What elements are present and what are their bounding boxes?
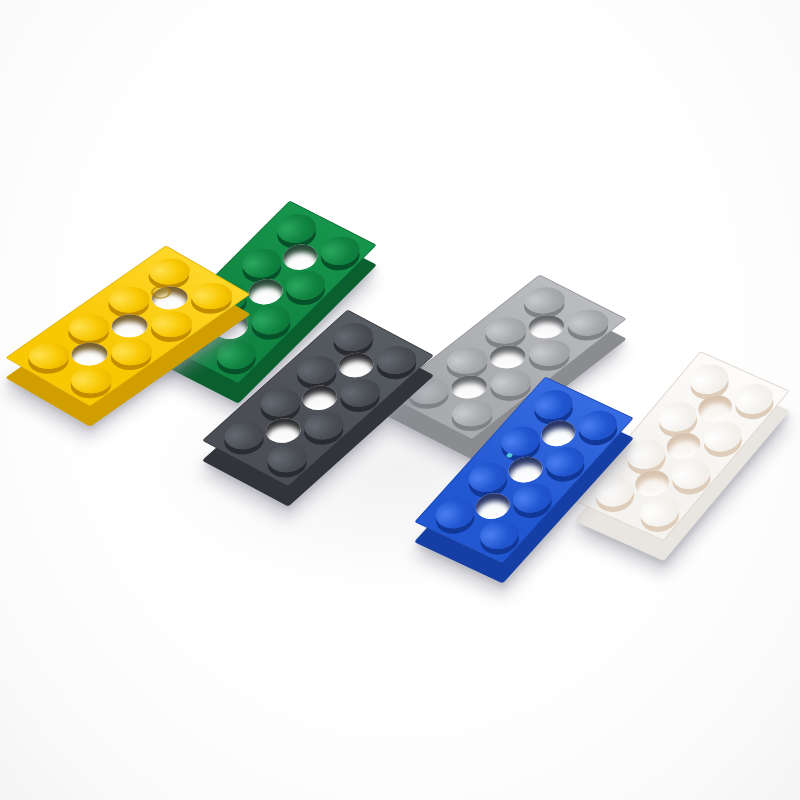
stud [252,383,307,422]
technic-hole [535,416,582,451]
technic-hole [692,391,739,426]
technic-hole [276,240,324,275]
stud [234,244,288,283]
technic-hole [104,310,155,342]
stud [269,209,323,248]
plate-dark-gray [220,349,416,447]
technic-hole [145,282,196,314]
technic-hole [242,274,290,309]
stud [477,312,534,348]
plates-layer [0,0,800,800]
stud [100,281,157,318]
technic-hole [482,341,532,373]
stud [515,282,572,318]
stud [20,338,77,375]
product-photo: MARUMINE ® [0,0,800,800]
technic-hole [64,338,115,370]
stud [325,318,380,357]
technic-hole [332,348,381,382]
technic-hole [660,428,707,463]
technic-hole [629,466,676,501]
stud [650,397,703,437]
plate-blue [426,421,622,519]
stud [216,416,271,455]
stud [427,494,481,534]
stud [438,343,495,379]
technic-hole [521,311,571,343]
plate-yellow [30,277,226,375]
stud [289,351,344,390]
technic-hole [295,381,344,415]
stud [493,421,547,461]
technic-hole [444,371,494,403]
stud [460,458,514,498]
stud [682,359,735,399]
stud [60,309,117,346]
technic-hole [259,414,308,448]
stud [140,253,197,290]
technic-hole [469,489,516,524]
stud [526,385,580,425]
speck-detail [505,453,513,459]
